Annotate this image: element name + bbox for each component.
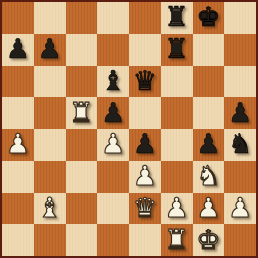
square-e3[interactable]: ♟ [129, 161, 161, 193]
square-h5[interactable]: ♟ [224, 97, 256, 129]
square-b5[interactable] [34, 97, 66, 129]
square-f6[interactable] [161, 66, 193, 98]
white-pawn[interactable]: ♟ [165, 194, 189, 221]
square-c1[interactable] [66, 224, 98, 256]
square-f1[interactable]: ♜ [161, 224, 193, 256]
square-a6[interactable] [2, 66, 34, 98]
square-g3[interactable]: ♞ [193, 161, 225, 193]
white-queen[interactable]: ♛ [133, 194, 157, 221]
square-d8[interactable] [97, 2, 129, 34]
square-g2[interactable]: ♟ [193, 193, 225, 225]
black-pawn[interactable]: ♟ [38, 35, 62, 62]
square-f4[interactable] [161, 129, 193, 161]
square-c7[interactable] [66, 34, 98, 66]
square-f2[interactable]: ♟ [161, 193, 193, 225]
square-a3[interactable] [2, 161, 34, 193]
chess-board: ♜♚♟♟♜♝♛♜♟♟♟♟♟♟♞♟♞♝♛♟♟♟♜♚ [2, 2, 256, 256]
square-b4[interactable] [34, 129, 66, 161]
square-c3[interactable] [66, 161, 98, 193]
square-g6[interactable] [193, 66, 225, 98]
black-bishop[interactable]: ♝ [101, 67, 125, 94]
square-f5[interactable] [161, 97, 193, 129]
square-e4[interactable]: ♟ [129, 129, 161, 161]
white-knight[interactable]: ♞ [196, 162, 220, 189]
square-h1[interactable] [224, 224, 256, 256]
black-pawn[interactable]: ♟ [6, 35, 30, 62]
square-d7[interactable] [97, 34, 129, 66]
white-pawn[interactable]: ♟ [196, 194, 220, 221]
white-king[interactable]: ♚ [196, 226, 220, 253]
square-g7[interactable] [193, 34, 225, 66]
black-king[interactable]: ♚ [196, 3, 220, 30]
chess-board-frame: ♜♚♟♟♜♝♛♜♟♟♟♟♟♟♞♟♞♝♛♟♟♟♜♚ [0, 0, 258, 258]
black-pawn[interactable]: ♟ [228, 99, 252, 126]
square-c8[interactable] [66, 2, 98, 34]
square-g8[interactable]: ♚ [193, 2, 225, 34]
square-g1[interactable]: ♚ [193, 224, 225, 256]
square-g5[interactable] [193, 97, 225, 129]
white-bishop[interactable]: ♝ [38, 194, 62, 221]
square-b1[interactable] [34, 224, 66, 256]
square-a5[interactable] [2, 97, 34, 129]
black-rook[interactable]: ♜ [165, 3, 189, 30]
square-d1[interactable] [97, 224, 129, 256]
square-b6[interactable] [34, 66, 66, 98]
square-h3[interactable] [224, 161, 256, 193]
square-a7[interactable]: ♟ [2, 34, 34, 66]
square-d4[interactable]: ♟ [97, 129, 129, 161]
square-g4[interactable]: ♟ [193, 129, 225, 161]
square-e8[interactable] [129, 2, 161, 34]
square-b2[interactable]: ♝ [34, 193, 66, 225]
square-d5[interactable]: ♟ [97, 97, 129, 129]
square-h2[interactable]: ♟ [224, 193, 256, 225]
black-pawn[interactable]: ♟ [101, 99, 125, 126]
square-c6[interactable] [66, 66, 98, 98]
white-pawn[interactable]: ♟ [101, 130, 125, 157]
black-pawn[interactable]: ♟ [133, 130, 157, 157]
square-b7[interactable]: ♟ [34, 34, 66, 66]
square-h6[interactable] [224, 66, 256, 98]
square-h8[interactable] [224, 2, 256, 34]
square-f7[interactable]: ♜ [161, 34, 193, 66]
white-rook[interactable]: ♜ [69, 99, 93, 126]
square-d6[interactable]: ♝ [97, 66, 129, 98]
square-a4[interactable]: ♟ [2, 129, 34, 161]
white-rook[interactable]: ♜ [165, 226, 189, 253]
square-e5[interactable] [129, 97, 161, 129]
square-c2[interactable] [66, 193, 98, 225]
square-e7[interactable] [129, 34, 161, 66]
square-f8[interactable]: ♜ [161, 2, 193, 34]
square-e6[interactable]: ♛ [129, 66, 161, 98]
white-pawn[interactable]: ♟ [6, 130, 30, 157]
square-a1[interactable] [2, 224, 34, 256]
square-h7[interactable] [224, 34, 256, 66]
square-h4[interactable]: ♞ [224, 129, 256, 161]
square-d3[interactable] [97, 161, 129, 193]
square-a2[interactable] [2, 193, 34, 225]
square-c4[interactable] [66, 129, 98, 161]
black-knight[interactable]: ♞ [228, 130, 252, 157]
square-e2[interactable]: ♛ [129, 193, 161, 225]
square-b8[interactable] [34, 2, 66, 34]
square-e1[interactable] [129, 224, 161, 256]
square-c5[interactable]: ♜ [66, 97, 98, 129]
white-pawn[interactable]: ♟ [133, 162, 157, 189]
square-f3[interactable] [161, 161, 193, 193]
square-a8[interactable] [2, 2, 34, 34]
black-pawn[interactable]: ♟ [196, 130, 220, 157]
white-pawn[interactable]: ♟ [228, 194, 252, 221]
square-d2[interactable] [97, 193, 129, 225]
square-b3[interactable] [34, 161, 66, 193]
black-rook[interactable]: ♜ [165, 35, 189, 62]
black-queen[interactable]: ♛ [133, 67, 157, 94]
